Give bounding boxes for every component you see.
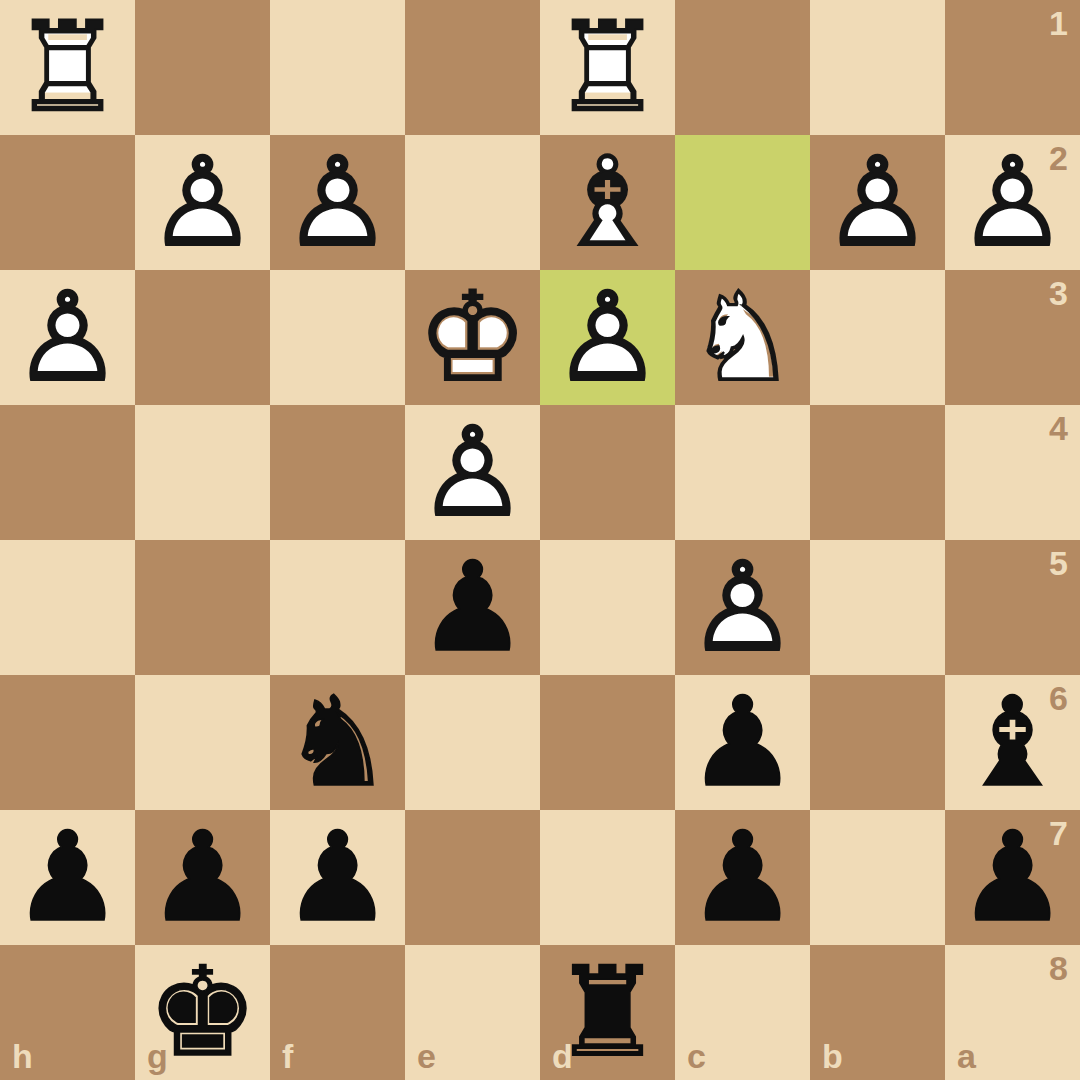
piece-glyph: ♟ — [270, 810, 405, 945]
square-a6[interactable]: ♝6 — [945, 675, 1080, 810]
square-h1[interactable]: ♜♖ — [0, 0, 135, 135]
file-label-c: c — [687, 1039, 706, 1073]
piece-glyph: ♟ — [135, 810, 270, 945]
square-h8[interactable]: h — [0, 945, 135, 1080]
piece-white-bishop[interactable]: ♝♗ — [540, 135, 675, 270]
square-e6[interactable] — [405, 675, 540, 810]
square-e8[interactable]: e — [405, 945, 540, 1080]
piece-white-king[interactable]: ♚♔ — [405, 270, 540, 405]
square-d6[interactable] — [540, 675, 675, 810]
piece-black-pawn[interactable]: ♟ — [945, 810, 1080, 945]
square-b4[interactable] — [810, 405, 945, 540]
square-d8[interactable]: ♜d — [540, 945, 675, 1080]
piece-black-pawn[interactable]: ♟ — [135, 810, 270, 945]
piece-black-pawn[interactable]: ♟ — [675, 810, 810, 945]
square-g2[interactable]: ♟♙ — [135, 135, 270, 270]
piece-outline-glyph: ♖ — [0, 0, 135, 135]
piece-outline-glyph: ♔ — [405, 270, 540, 405]
square-c8[interactable]: c — [675, 945, 810, 1080]
piece-white-pawn[interactable]: ♟♙ — [135, 135, 270, 270]
piece-outline-glyph: ♙ — [540, 270, 675, 405]
square-h5[interactable] — [0, 540, 135, 675]
square-a5[interactable]: 5 — [945, 540, 1080, 675]
square-c4[interactable] — [675, 405, 810, 540]
square-b3[interactable] — [810, 270, 945, 405]
square-e7[interactable] — [405, 810, 540, 945]
piece-outline-glyph: ♘ — [675, 270, 810, 405]
square-c6[interactable]: ♟ — [675, 675, 810, 810]
piece-outline-glyph: ♙ — [810, 135, 945, 270]
rank-label-1: 1 — [1049, 6, 1068, 40]
piece-outline-glyph: ♙ — [675, 540, 810, 675]
piece-black-bishop[interactable]: ♝ — [945, 675, 1080, 810]
square-f6[interactable]: ♞ — [270, 675, 405, 810]
piece-white-pawn[interactable]: ♟♙ — [405, 405, 540, 540]
square-b6[interactable] — [810, 675, 945, 810]
square-g7[interactable]: ♟ — [135, 810, 270, 945]
square-b5[interactable] — [810, 540, 945, 675]
file-label-a: a — [957, 1039, 976, 1073]
square-g5[interactable] — [135, 540, 270, 675]
piece-black-rook[interactable]: ♜ — [540, 945, 675, 1080]
piece-white-knight[interactable]: ♞♘ — [675, 270, 810, 405]
piece-glyph: ♜ — [540, 945, 675, 1080]
square-d4[interactable] — [540, 405, 675, 540]
square-g6[interactable] — [135, 675, 270, 810]
square-c1[interactable] — [675, 0, 810, 135]
square-e3[interactable]: ♚♔ — [405, 270, 540, 405]
square-d1[interactable]: ♜♖ — [540, 0, 675, 135]
piece-glyph: ♞ — [270, 675, 405, 810]
piece-white-pawn[interactable]: ♟♙ — [270, 135, 405, 270]
square-d5[interactable] — [540, 540, 675, 675]
square-b7[interactable] — [810, 810, 945, 945]
square-e1[interactable] — [405, 0, 540, 135]
square-g4[interactable] — [135, 405, 270, 540]
chess-board: ♜♖♜♖1♟♙♟♙♝♗♟♙♟♙2♟♙♚♔♟♙♞♘3♟♙4♟♟♙5♞♟♝6♟♟♟♟… — [0, 0, 1080, 1080]
square-h4[interactable] — [0, 405, 135, 540]
piece-black-pawn[interactable]: ♟ — [0, 810, 135, 945]
piece-black-knight[interactable]: ♞ — [270, 675, 405, 810]
square-e5[interactable]: ♟ — [405, 540, 540, 675]
rank-label-4: 4 — [1049, 411, 1068, 445]
square-d7[interactable] — [540, 810, 675, 945]
square-a8[interactable]: 8a — [945, 945, 1080, 1080]
piece-white-pawn[interactable]: ♟♙ — [810, 135, 945, 270]
square-g3[interactable] — [135, 270, 270, 405]
square-e2[interactable] — [405, 135, 540, 270]
square-a7[interactable]: ♟7 — [945, 810, 1080, 945]
square-f4[interactable] — [270, 405, 405, 540]
piece-outline-glyph: ♙ — [405, 405, 540, 540]
square-d3[interactable]: ♟♙ — [540, 270, 675, 405]
piece-outline-glyph: ♗ — [540, 135, 675, 270]
square-a3[interactable]: 3 — [945, 270, 1080, 405]
square-c5[interactable]: ♟♙ — [675, 540, 810, 675]
rank-label-8: 8 — [1049, 951, 1068, 985]
square-b8[interactable]: b — [810, 945, 945, 1080]
piece-white-rook[interactable]: ♜♖ — [0, 0, 135, 135]
piece-glyph: ♟ — [675, 810, 810, 945]
square-f8[interactable]: f — [270, 945, 405, 1080]
square-g1[interactable] — [135, 0, 270, 135]
piece-glyph: ♟ — [0, 810, 135, 945]
piece-black-king[interactable]: ♚ — [135, 945, 270, 1080]
square-d2[interactable]: ♝♗ — [540, 135, 675, 270]
square-h7[interactable]: ♟ — [0, 810, 135, 945]
square-f5[interactable] — [270, 540, 405, 675]
piece-outline-glyph: ♙ — [135, 135, 270, 270]
file-label-h: h — [12, 1039, 33, 1073]
piece-outline-glyph: ♙ — [0, 270, 135, 405]
piece-glyph: ♚ — [135, 945, 270, 1080]
file-label-b: b — [822, 1039, 843, 1073]
piece-black-pawn[interactable]: ♟ — [405, 540, 540, 675]
file-label-f: f — [282, 1039, 293, 1073]
square-f3[interactable] — [270, 270, 405, 405]
square-g8[interactable]: ♚g — [135, 945, 270, 1080]
piece-glyph: ♟ — [405, 540, 540, 675]
square-b1[interactable] — [810, 0, 945, 135]
square-h2[interactable] — [0, 135, 135, 270]
piece-glyph: ♝ — [945, 675, 1080, 810]
piece-white-pawn[interactable]: ♟♙ — [540, 270, 675, 405]
piece-black-pawn[interactable]: ♟ — [675, 675, 810, 810]
square-a4[interactable]: 4 — [945, 405, 1080, 540]
square-c3[interactable]: ♞♘ — [675, 270, 810, 405]
rank-label-5: 5 — [1049, 546, 1068, 580]
square-f7[interactable]: ♟ — [270, 810, 405, 945]
square-b2[interactable]: ♟♙ — [810, 135, 945, 270]
piece-outline-glyph: ♖ — [540, 0, 675, 135]
square-a1[interactable]: 1 — [945, 0, 1080, 135]
piece-white-pawn[interactable]: ♟♙ — [675, 540, 810, 675]
square-c2[interactable] — [675, 135, 810, 270]
piece-glyph: ♟ — [675, 675, 810, 810]
rank-label-3: 3 — [1049, 276, 1068, 310]
square-f2[interactable]: ♟♙ — [270, 135, 405, 270]
piece-white-pawn[interactable]: ♟♙ — [0, 270, 135, 405]
square-c7[interactable]: ♟ — [675, 810, 810, 945]
file-label-e: e — [417, 1039, 436, 1073]
square-e4[interactable]: ♟♙ — [405, 405, 540, 540]
piece-glyph: ♟ — [945, 810, 1080, 945]
square-f1[interactable] — [270, 0, 405, 135]
piece-white-rook[interactable]: ♜♖ — [540, 0, 675, 135]
piece-black-pawn[interactable]: ♟ — [270, 810, 405, 945]
square-a2[interactable]: ♟♙2 — [945, 135, 1080, 270]
piece-outline-glyph: ♙ — [945, 135, 1080, 270]
piece-white-pawn[interactable]: ♟♙ — [945, 135, 1080, 270]
square-h3[interactable]: ♟♙ — [0, 270, 135, 405]
piece-outline-glyph: ♙ — [270, 135, 405, 270]
square-h6[interactable] — [0, 675, 135, 810]
